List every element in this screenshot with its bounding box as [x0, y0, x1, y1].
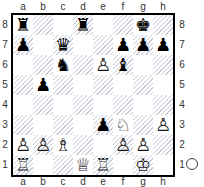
square-b4[interactable] [33, 95, 53, 115]
piece-white-pawn: ♙ [155, 115, 171, 135]
square-e7[interactable] [93, 35, 113, 55]
square-h2[interactable] [153, 135, 173, 155]
board-grid: ♜♜♚♟♛♟♟♟♞♙♝♟♟♘♙♙♙♗♙♙♖♕♖♔ [13, 15, 173, 175]
piece-black-bishop: ♝ [115, 55, 131, 75]
square-a4[interactable] [13, 95, 33, 115]
file-label-e: e [93, 177, 113, 187]
square-c2[interactable]: ♗ [53, 135, 73, 155]
square-g2[interactable]: ♙ [133, 135, 153, 155]
rank-label-4: 4 [177, 95, 187, 115]
rank-label-4: 4 [0, 95, 10, 115]
square-f2[interactable]: ♙ [113, 135, 133, 155]
square-e3[interactable]: ♟ [93, 115, 113, 135]
rank-label-2: 2 [177, 135, 187, 155]
piece-white-knight: ♘ [115, 115, 131, 135]
square-h1[interactable] [153, 155, 173, 175]
piece-black-pawn: ♟ [95, 115, 111, 135]
square-c3[interactable] [53, 115, 73, 135]
square-g8[interactable]: ♚ [133, 15, 153, 35]
square-b7[interactable] [33, 35, 53, 55]
square-c5[interactable] [53, 75, 73, 95]
file-labels-bottom: abcdefgh [13, 177, 173, 187]
square-c8[interactable] [53, 15, 73, 35]
chess-board: ♜♜♚♟♛♟♟♟♞♙♝♟♟♘♙♙♙♗♙♙♖♕♖♔ [11, 13, 175, 177]
piece-black-king: ♚ [135, 15, 151, 35]
piece-white-king: ♔ [135, 155, 151, 175]
square-h4[interactable] [153, 95, 173, 115]
square-f4[interactable] [113, 95, 133, 115]
rank-label-5: 5 [0, 75, 10, 95]
file-label-g: g [133, 177, 153, 187]
piece-white-rook: ♖ [95, 155, 111, 175]
square-d1[interactable]: ♕ [73, 155, 93, 175]
square-d6[interactable] [73, 55, 93, 75]
square-a5[interactable] [13, 75, 33, 95]
square-e5[interactable] [93, 75, 113, 95]
square-b1[interactable] [33, 155, 53, 175]
chess-diagram: abcdefgh 87654321 ♜♜♚♟♛♟♟♟♞♙♝♟♟♘♙♙♙♗♙♙♖♕… [0, 0, 204, 187]
piece-black-knight: ♞ [55, 55, 71, 75]
square-g1[interactable]: ♔ [133, 155, 153, 175]
file-labels-top: abcdefgh [13, 0, 173, 13]
square-h8[interactable] [153, 15, 173, 35]
rank-label-8: 8 [177, 15, 187, 35]
square-a8[interactable]: ♜ [13, 15, 33, 35]
piece-black-pawn: ♟ [35, 75, 51, 95]
square-f8[interactable] [113, 15, 133, 35]
square-e4[interactable] [93, 95, 113, 115]
file-label-h: h [153, 0, 173, 13]
square-b8[interactable] [33, 15, 53, 35]
rank-label-1: 1 [0, 155, 10, 175]
rank-labels-left: 87654321 [0, 15, 10, 175]
square-b3[interactable] [33, 115, 53, 135]
piece-white-pawn: ♙ [15, 135, 31, 155]
piece-white-bishop: ♗ [55, 135, 71, 155]
square-c1[interactable] [53, 155, 73, 175]
piece-white-pawn: ♙ [95, 55, 111, 75]
piece-black-pawn: ♟ [15, 35, 31, 55]
rank-label-6: 6 [177, 55, 187, 75]
square-c6[interactable]: ♞ [53, 55, 73, 75]
square-g4[interactable] [133, 95, 153, 115]
square-g7[interactable]: ♟ [133, 35, 153, 55]
piece-black-queen: ♛ [55, 35, 71, 55]
square-d5[interactable] [73, 75, 93, 95]
piece-black-pawn: ♟ [155, 35, 171, 55]
file-label-g: g [133, 0, 153, 13]
square-a3[interactable] [13, 115, 33, 135]
square-b6[interactable] [33, 55, 53, 75]
square-f1[interactable] [113, 155, 133, 175]
rank-label-6: 6 [0, 55, 10, 75]
piece-white-pawn: ♙ [135, 135, 151, 155]
square-h3[interactable]: ♙ [153, 115, 173, 135]
piece-white-queen: ♕ [75, 155, 91, 175]
file-label-f: f [113, 177, 133, 187]
rank-label-3: 3 [177, 115, 187, 135]
file-label-a: a [13, 177, 33, 187]
piece-white-pawn: ♙ [115, 135, 131, 155]
piece-black-pawn: ♟ [135, 35, 151, 55]
square-f3[interactable]: ♘ [113, 115, 133, 135]
rank-labels-right: 87654321 [177, 15, 187, 175]
file-label-h: h [153, 177, 173, 187]
rank-label-8: 8 [0, 15, 10, 35]
file-label-e: e [93, 0, 113, 13]
square-a6[interactable] [13, 55, 33, 75]
square-c7[interactable]: ♛ [53, 35, 73, 55]
file-label-a: a [13, 0, 33, 13]
square-a1[interactable]: ♖ [13, 155, 33, 175]
file-label-b: b [33, 0, 53, 13]
square-h7[interactable]: ♟ [153, 35, 173, 55]
square-f5[interactable] [113, 75, 133, 95]
piece-black-pawn: ♟ [115, 35, 131, 55]
square-d2[interactable] [73, 135, 93, 155]
square-c4[interactable] [53, 95, 73, 115]
square-h6[interactable] [153, 55, 173, 75]
square-b2[interactable]: ♙ [33, 135, 53, 155]
file-label-c: c [53, 0, 73, 13]
square-e1[interactable]: ♖ [93, 155, 113, 175]
square-e8[interactable] [93, 15, 113, 35]
file-label-f: f [113, 0, 133, 13]
file-label-d: d [73, 0, 93, 13]
square-g5[interactable] [133, 75, 153, 95]
rank-label-3: 3 [0, 115, 10, 135]
square-e6[interactable]: ♙ [93, 55, 113, 75]
square-f7[interactable]: ♟ [113, 35, 133, 55]
file-label-d: d [73, 177, 93, 187]
square-a2[interactable]: ♙ [13, 135, 33, 155]
rank-label-5: 5 [177, 75, 187, 95]
square-b5[interactable]: ♟ [33, 75, 53, 95]
square-g3[interactable] [133, 115, 153, 135]
file-label-c: c [53, 177, 73, 187]
file-label-b: b [33, 177, 53, 187]
square-d7[interactable] [73, 35, 93, 55]
square-d3[interactable] [73, 115, 93, 135]
piece-black-rook: ♜ [15, 15, 31, 35]
white-to-move-indicator [186, 158, 198, 170]
piece-white-rook: ♖ [15, 155, 31, 175]
square-h5[interactable] [153, 75, 173, 95]
rank-label-7: 7 [0, 35, 10, 55]
rank-label-7: 7 [177, 35, 187, 55]
rank-label-2: 2 [0, 135, 10, 155]
square-d8[interactable]: ♜ [73, 15, 93, 35]
square-a7[interactable]: ♟ [13, 35, 33, 55]
square-f6[interactable]: ♝ [113, 55, 133, 75]
piece-white-pawn: ♙ [35, 135, 51, 155]
square-e2[interactable] [93, 135, 113, 155]
piece-black-rook: ♜ [75, 15, 91, 35]
square-g6[interactable] [133, 55, 153, 75]
square-d4[interactable] [73, 95, 93, 115]
